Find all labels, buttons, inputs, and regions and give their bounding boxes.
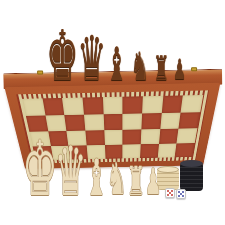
light-rook: ♜	[128, 164, 144, 194]
board-square	[84, 114, 104, 130]
board-square	[161, 95, 183, 113]
dark-bishop-glyph: ♝	[106, 41, 127, 87]
dark-bishop: ♝	[108, 45, 125, 79]
dark-queen: ♛	[80, 34, 103, 79]
brass-hinge-right-icon	[191, 67, 197, 71]
dark-rook: ♜	[154, 54, 169, 79]
dark-pawn-glyph: ♟	[173, 56, 186, 84]
black-checker-stack	[180, 163, 203, 191]
dark-pawn: ♟	[174, 59, 186, 79]
dark-knight: ♞	[130, 50, 149, 79]
dark-queen-glyph: ♛	[77, 28, 106, 90]
light-knight: ♞	[108, 162, 126, 194]
dark-pieces-row: ♚ ♛ ♝ ♞ ♜ ♟	[49, 28, 186, 79]
brass-hinge-left-icon	[37, 70, 43, 74]
light-king-glyph: ♚	[22, 131, 57, 207]
board-square	[160, 113, 181, 129]
board-square	[103, 97, 123, 115]
board-square	[159, 129, 179, 144]
board-square	[62, 98, 84, 116]
board-square	[142, 96, 163, 114]
dark-rook-glyph: ♜	[154, 51, 170, 85]
light-knight-glyph: ♞	[107, 157, 128, 201]
light-pawn-glyph: ♟	[145, 164, 162, 200]
dark-king: ♚	[49, 28, 75, 79]
board-square	[123, 96, 143, 114]
light-pawn: ♟	[146, 167, 160, 194]
light-bishop-glyph: ♝	[84, 153, 107, 203]
board-square	[175, 143, 195, 157]
light-bishop: ♝	[86, 157, 106, 194]
board-square	[177, 128, 198, 143]
board-square	[103, 114, 122, 130]
chess-set-photo: ♚ ♛ ♝ ♞ ♜ ♟ ♚ ♛ ♝ ♞ ♜ ♟	[0, 0, 225, 225]
red-pip-die-icon	[165, 188, 175, 198]
light-queen: ♛	[57, 143, 84, 194]
board-square	[181, 95, 203, 113]
light-queen-glyph: ♛	[55, 138, 87, 206]
board-square	[179, 112, 200, 128]
dark-king-glyph: ♚	[46, 21, 79, 91]
board-square	[42, 98, 64, 116]
board-square	[65, 115, 86, 131]
board-square	[141, 113, 161, 129]
light-rook-glyph: ♜	[127, 161, 146, 201]
board-square	[157, 143, 176, 157]
light-king: ♚	[25, 137, 55, 194]
board-square	[123, 113, 142, 129]
dark-knight-glyph: ♞	[130, 46, 149, 86]
board-square	[82, 97, 103, 115]
light-pieces-row: ♚ ♛ ♝ ♞ ♜ ♟	[25, 137, 160, 194]
blue-pip-die-icon	[176, 189, 186, 199]
